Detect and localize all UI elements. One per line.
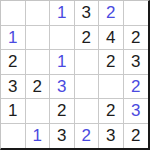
cell-r3c3[interactable]: 1 [50, 50, 75, 75]
cell-r2c4[interactable]: 2 [75, 26, 100, 51]
cell-r1c2[interactable] [26, 1, 51, 26]
cell-r4c6[interactable]: 2 [124, 75, 149, 100]
cell-r1c4[interactable]: 3 [75, 1, 100, 26]
puzzle-board: 132124221233232122313232 [0, 0, 150, 150]
cell-r5c5[interactable]: 2 [99, 99, 124, 124]
cell-r5c6[interactable]: 3 [124, 99, 149, 124]
cell-r3c6[interactable]: 3 [124, 50, 149, 75]
cell-r6c2[interactable]: 1 [26, 124, 51, 149]
cell-r6c6[interactable]: 2 [124, 124, 149, 149]
cell-r3c1[interactable]: 2 [1, 50, 26, 75]
cell-r6c4[interactable]: 2 [75, 124, 100, 149]
cell-r4c2[interactable]: 2 [26, 75, 51, 100]
cell-r1c6[interactable] [124, 1, 149, 26]
cell-r6c1[interactable] [1, 124, 26, 149]
cell-r4c1[interactable]: 3 [1, 75, 26, 100]
cell-r2c5[interactable]: 4 [99, 26, 124, 51]
cell-r4c3[interactable]: 3 [50, 75, 75, 100]
cell-r2c2[interactable] [26, 26, 51, 51]
cell-r5c4[interactable] [75, 99, 100, 124]
cell-r4c5[interactable] [99, 75, 124, 100]
cell-r2c1[interactable]: 1 [1, 26, 26, 51]
cell-r5c1[interactable]: 1 [1, 99, 26, 124]
cell-r6c5[interactable]: 3 [99, 124, 124, 149]
cell-r3c5[interactable]: 2 [99, 50, 124, 75]
cell-r1c3[interactable]: 1 [50, 1, 75, 26]
cell-r2c6[interactable]: 2 [124, 26, 149, 51]
cell-r6c3[interactable]: 3 [50, 124, 75, 149]
cell-r3c2[interactable] [26, 50, 51, 75]
cell-r5c2[interactable] [26, 99, 51, 124]
cell-r1c1[interactable] [1, 1, 26, 26]
cell-r1c5[interactable]: 2 [99, 1, 124, 26]
cell-r3c4[interactable] [75, 50, 100, 75]
cell-r5c3[interactable]: 2 [50, 99, 75, 124]
cell-r2c3[interactable] [50, 26, 75, 51]
cell-r4c4[interactable] [75, 75, 100, 100]
